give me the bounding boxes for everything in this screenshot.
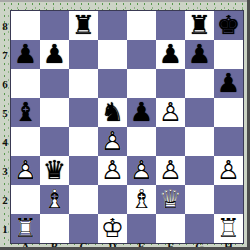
square-f7[interactable]: ♟	[156, 40, 185, 69]
white-rook-fill-icon: ♜	[11, 214, 40, 243]
square-e2[interactable]: ♝♗	[127, 185, 156, 214]
square-e1[interactable]	[127, 214, 156, 243]
square-b1[interactable]	[40, 214, 69, 243]
white-king-fill-icon: ♚	[98, 214, 127, 243]
square-b5[interactable]	[40, 98, 69, 127]
black-bishop-icon: ♝	[11, 98, 40, 127]
square-e8[interactable]	[127, 11, 156, 40]
square-c6[interactable]	[69, 69, 98, 98]
square-c5[interactable]	[69, 98, 98, 127]
white-bishop-icon: ♗	[40, 185, 69, 214]
rank-label-4: 4	[0, 127, 10, 156]
square-h8[interactable]: ♚	[214, 11, 243, 40]
square-c7[interactable]	[69, 40, 98, 69]
square-d2[interactable]	[98, 185, 127, 214]
white-pawn-fill-icon: ♟	[98, 127, 127, 156]
square-e7[interactable]	[127, 40, 156, 69]
white-bishop-fill-icon: ♝	[40, 185, 69, 214]
square-e4[interactable]	[127, 127, 156, 156]
square-d5[interactable]: ♞	[98, 98, 127, 127]
white-pawn-fill-icon: ♟	[214, 156, 243, 185]
square-f1[interactable]	[156, 214, 185, 243]
square-f8[interactable]	[156, 11, 185, 40]
square-c3[interactable]	[69, 156, 98, 185]
white-pawn-icon: ♙	[98, 156, 127, 185]
square-f5[interactable]: ♟♙	[156, 98, 185, 127]
square-d4[interactable]: ♟♙	[98, 127, 127, 156]
square-a1[interactable]: ♜♖	[11, 214, 40, 243]
square-h4[interactable]	[214, 127, 243, 156]
square-g6[interactable]	[185, 69, 214, 98]
rank-label-7: 7	[0, 40, 10, 69]
square-h7[interactable]	[214, 40, 243, 69]
white-pawn-fill-icon: ♟	[98, 156, 127, 185]
square-g1[interactable]	[185, 214, 214, 243]
black-pawn-icon: ♟	[214, 69, 243, 98]
square-e6[interactable]	[127, 69, 156, 98]
black-rook-icon: ♜	[185, 11, 214, 40]
black-queen-icon: ♛	[40, 156, 69, 185]
white-pawn-icon: ♙	[11, 156, 40, 185]
rank-labels: 87654321	[0, 11, 10, 243]
board-frame: 87654321 ♜♜♚♟♟♟♟♟♝♞♟♟♙♟♙♟♙♛♟♙♟♙♟♙♟♙♝♗♝♗♛…	[0, 0, 250, 250]
white-bishop-icon: ♗	[127, 185, 156, 214]
white-pawn-icon: ♙	[98, 127, 127, 156]
black-pawn-icon: ♟	[185, 40, 214, 69]
white-pawn-icon: ♙	[127, 156, 156, 185]
rank-label-6: 6	[0, 69, 10, 98]
square-h2[interactable]	[214, 185, 243, 214]
square-b2[interactable]: ♝♗	[40, 185, 69, 214]
square-g3[interactable]	[185, 156, 214, 185]
white-pawn-fill-icon: ♟	[11, 156, 40, 185]
white-queen-fill-icon: ♛	[156, 185, 185, 214]
black-pawn-icon: ♟	[11, 40, 40, 69]
square-d1[interactable]: ♚♔	[98, 214, 127, 243]
white-rook-fill-icon: ♜	[214, 214, 243, 243]
white-rook-icon: ♖	[11, 214, 40, 243]
square-b6[interactable]	[40, 69, 69, 98]
square-f4[interactable]	[156, 127, 185, 156]
frame-top-edge	[0, 0, 250, 2]
square-e5[interactable]: ♟	[127, 98, 156, 127]
rank-label-2: 2	[0, 185, 10, 214]
square-c4[interactable]	[69, 127, 98, 156]
chess-board: ♜♜♚♟♟♟♟♟♝♞♟♟♙♟♙♟♙♛♟♙♟♙♟♙♟♙♝♗♝♗♛♕♜♖♚♔♜♖	[10, 10, 244, 244]
white-queen-icon: ♕	[156, 185, 185, 214]
rank-label-1: 1	[0, 214, 10, 243]
black-rook-icon: ♜	[69, 11, 98, 40]
rank-label-8: 8	[0, 11, 10, 40]
white-pawn-fill-icon: ♟	[156, 98, 185, 127]
black-pawn-icon: ♟	[156, 40, 185, 69]
white-king-icon: ♔	[98, 214, 127, 243]
square-d3[interactable]: ♟♙	[98, 156, 127, 185]
square-g2[interactable]	[185, 185, 214, 214]
square-g4[interactable]	[185, 127, 214, 156]
white-pawn-icon: ♙	[156, 98, 185, 127]
square-f3[interactable]: ♟♙	[156, 156, 185, 185]
black-king-icon: ♚	[214, 11, 243, 40]
square-f2[interactable]: ♛♕	[156, 185, 185, 214]
square-b3[interactable]: ♛	[40, 156, 69, 185]
black-pawn-icon: ♟	[40, 40, 69, 69]
square-f6[interactable]	[156, 69, 185, 98]
square-b8[interactable]	[40, 11, 69, 40]
square-a7[interactable]: ♟	[11, 40, 40, 69]
square-c2[interactable]	[69, 185, 98, 214]
black-pawn-icon: ♟	[127, 98, 156, 127]
square-a3[interactable]: ♟♙	[11, 156, 40, 185]
square-d7[interactable]	[98, 40, 127, 69]
square-a5[interactable]: ♝	[11, 98, 40, 127]
square-a4[interactable]	[11, 127, 40, 156]
square-g5[interactable]	[185, 98, 214, 127]
square-a2[interactable]	[11, 185, 40, 214]
white-pawn-fill-icon: ♟	[127, 156, 156, 185]
square-g8[interactable]: ♜	[185, 11, 214, 40]
square-a8[interactable]	[11, 11, 40, 40]
black-knight-icon: ♞	[98, 98, 127, 127]
white-pawn-icon: ♙	[214, 156, 243, 185]
square-h1[interactable]: ♜♖	[214, 214, 243, 243]
square-a6[interactable]	[11, 69, 40, 98]
rank-label-5: 5	[0, 98, 10, 127]
rank-label-3: 3	[0, 156, 10, 185]
square-d6[interactable]	[98, 69, 127, 98]
white-pawn-icon: ♙	[156, 156, 185, 185]
square-c1[interactable]	[69, 214, 98, 243]
square-g7[interactable]: ♟	[185, 40, 214, 69]
square-b4[interactable]	[40, 127, 69, 156]
white-bishop-fill-icon: ♝	[127, 185, 156, 214]
white-pawn-fill-icon: ♟	[156, 156, 185, 185]
square-e3[interactable]: ♟♙	[127, 156, 156, 185]
square-h5[interactable]	[214, 98, 243, 127]
square-h6[interactable]: ♟	[214, 69, 243, 98]
square-c8[interactable]: ♜	[69, 11, 98, 40]
square-h3[interactable]: ♟♙	[214, 156, 243, 185]
square-b7[interactable]: ♟	[40, 40, 69, 69]
shadow-right-edge	[247, 0, 250, 250]
square-d8[interactable]	[98, 11, 127, 40]
white-rook-icon: ♖	[214, 214, 243, 243]
